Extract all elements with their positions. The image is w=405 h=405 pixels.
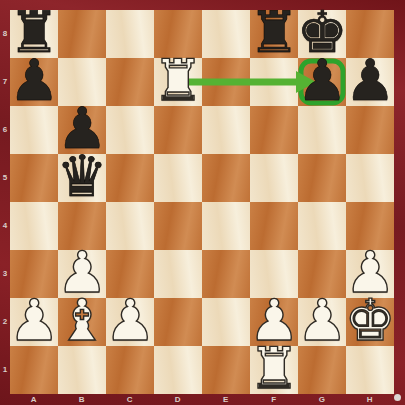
rank-label-3: 3 (0, 269, 10, 279)
chess-board-frame: ♜♜♚♟♜♟♟♟♛♟♟♟♝♟♟♟♚♜ 87654321ABCDEFGH (0, 0, 405, 405)
white-rook[interactable]: ♜ (154, 56, 202, 104)
black-pawn[interactable]: ♟ (10, 56, 58, 104)
file-label-h: H (346, 394, 394, 405)
file-label-b: B (58, 394, 106, 405)
pieces-layer: ♜♜♚♟♜♟♟♟♛♟♟♟♝♟♟♟♚♜ (10, 10, 394, 394)
rank-label-1: 1 (0, 365, 10, 375)
black-queen[interactable]: ♛ (58, 152, 106, 200)
white-rook[interactable]: ♜ (250, 344, 298, 392)
file-label-d: D (154, 394, 202, 405)
file-label-a: A (10, 394, 58, 405)
black-pawn[interactable]: ♟ (346, 56, 394, 104)
rank-label-5: 5 (0, 173, 10, 183)
rank-label-6: 6 (0, 125, 10, 135)
white-king[interactable]: ♚ (346, 296, 394, 344)
white-pawn[interactable]: ♟ (10, 296, 58, 344)
white-pawn[interactable]: ♟ (298, 296, 346, 344)
black-rook[interactable]: ♜ (250, 8, 298, 56)
rank-label-4: 4 (0, 221, 10, 231)
black-pawn[interactable]: ♟ (298, 56, 346, 104)
file-label-c: C (106, 394, 154, 405)
white-pawn[interactable]: ♟ (106, 296, 154, 344)
corner-dot (394, 394, 401, 401)
file-label-e: E (202, 394, 250, 405)
file-label-g: G (298, 394, 346, 405)
white-bishop[interactable]: ♝ (58, 296, 106, 344)
